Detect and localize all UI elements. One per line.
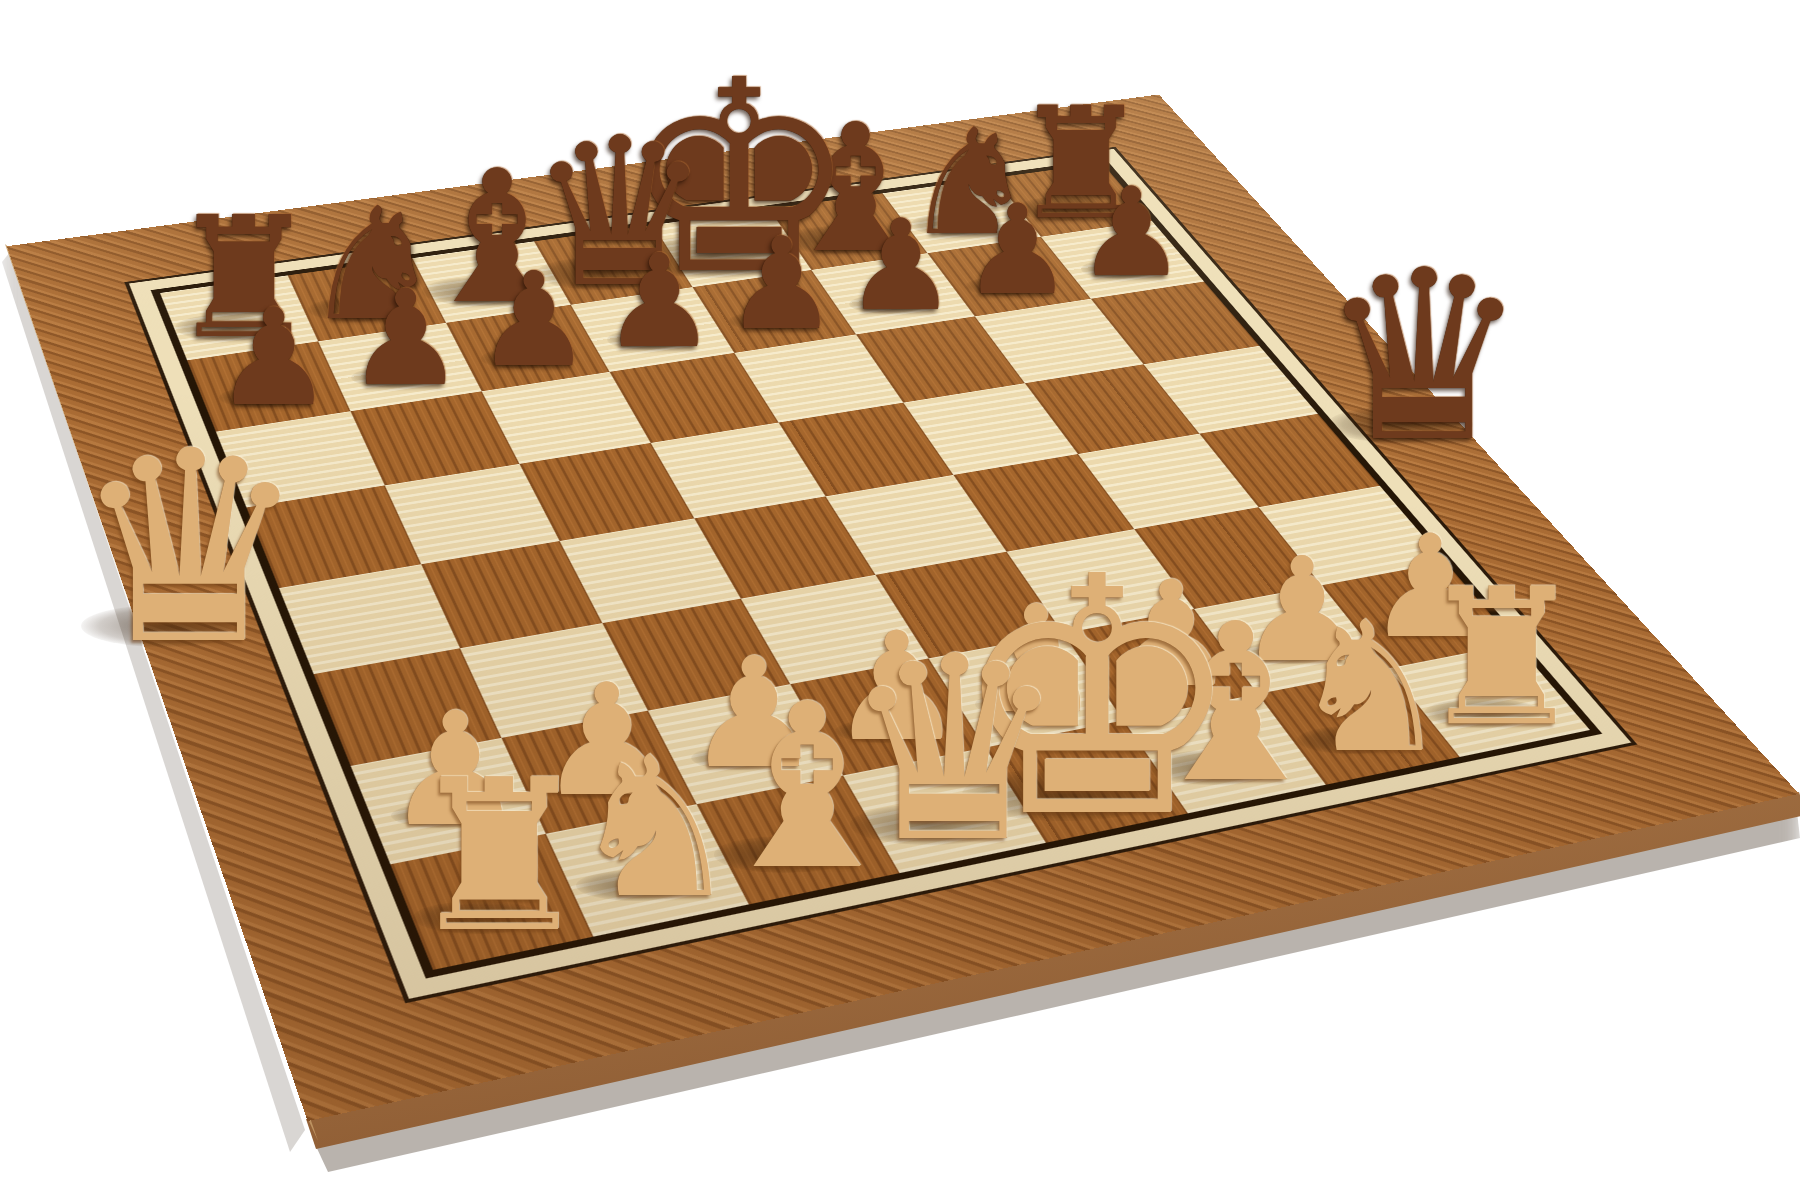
- square-e5[interactable]: [779, 403, 954, 497]
- piece-black-pawn-e7[interactable]: ♟: [718, 221, 845, 348]
- square-h5[interactable]: [1144, 346, 1318, 434]
- square-f5[interactable]: [903, 383, 1078, 475]
- piece-black-pawn-d7[interactable]: ♟: [595, 238, 724, 367]
- product-photo-scene: ♜♞♝♛♚♝♞♜♟♟♟♟♟♟♟♟♟♟♟♟♟♟♟♟♜♞♝♛♚♝♞♜♛♛: [0, 0, 1800, 1200]
- square-g5[interactable]: [1025, 364, 1199, 454]
- piece-black-pawn-g7[interactable]: ♟: [955, 188, 1079, 312]
- extra-white-queen[interactable]: ♛: [58, 416, 323, 681]
- square-c4[interactable]: [560, 518, 741, 623]
- piece-black-pawn-f7[interactable]: ♟: [838, 204, 964, 330]
- square-b4[interactable]: [421, 541, 602, 648]
- square-b5[interactable]: [385, 464, 560, 564]
- square-c5[interactable]: [519, 443, 694, 541]
- piece-white-rook-a1[interactable]: ♜: [394, 752, 603, 961]
- piece-black-pawn-b7[interactable]: ♟: [340, 273, 472, 405]
- extra-black-queen[interactable]: ♛: [1306, 239, 1541, 474]
- square-d5[interactable]: [651, 423, 826, 519]
- square-d4[interactable]: [694, 496, 875, 598]
- piece-black-pawn-c7[interactable]: ♟: [469, 255, 599, 385]
- piece-black-pawn-h7[interactable]: ♟: [1070, 172, 1193, 295]
